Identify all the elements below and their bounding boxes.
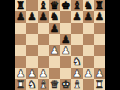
- square-g7[interactable]: ♟: [83, 11, 94, 22]
- square-b6[interactable]: [26, 23, 37, 34]
- piece-black-pawn[interactable]: ♟: [50, 23, 59, 34]
- piece-white-pawn[interactable]: ♟: [95, 68, 104, 79]
- square-a3[interactable]: [15, 56, 26, 67]
- piece-black-king[interactable]: ♚: [61, 0, 70, 11]
- square-a7[interactable]: ♟: [15, 11, 26, 22]
- square-b1[interactable]: ♞: [26, 79, 37, 90]
- square-c3[interactable]: [38, 56, 49, 67]
- piece-black-pawn[interactable]: ♟: [83, 11, 92, 22]
- square-d5[interactable]: [49, 34, 60, 45]
- square-c4[interactable]: [38, 45, 49, 56]
- square-a8[interactable]: ♜: [15, 0, 26, 11]
- square-g3[interactable]: [83, 56, 94, 67]
- square-g5[interactable]: [83, 34, 94, 45]
- square-f8[interactable]: ♝: [71, 0, 82, 11]
- square-d6[interactable]: ♟: [49, 23, 60, 34]
- square-a6[interactable]: [15, 23, 26, 34]
- square-h7[interactable]: ♟: [94, 11, 105, 22]
- piece-black-pawn[interactable]: ♟: [38, 11, 47, 22]
- piece-white-pawn[interactable]: ♟: [83, 68, 92, 79]
- square-c1[interactable]: ♝: [38, 79, 49, 90]
- square-f5[interactable]: [71, 34, 82, 45]
- piece-white-rook[interactable]: ♜: [95, 79, 104, 90]
- square-e7[interactable]: [60, 11, 71, 22]
- piece-white-king[interactable]: ♚: [61, 79, 70, 90]
- piece-white-knight[interactable]: ♞: [27, 79, 36, 90]
- square-h1[interactable]: ♜: [94, 79, 105, 90]
- piece-white-pawn[interactable]: ♟: [38, 68, 47, 79]
- square-a2[interactable]: ♟: [15, 68, 26, 79]
- square-c2[interactable]: ♟: [38, 68, 49, 79]
- square-e6[interactable]: [60, 23, 71, 34]
- square-e2[interactable]: [60, 68, 71, 79]
- square-a4[interactable]: [15, 45, 26, 56]
- square-g4[interactable]: [83, 45, 94, 56]
- piece-black-pawn[interactable]: ♟: [95, 11, 104, 22]
- square-b4[interactable]: [26, 45, 37, 56]
- piece-black-queen[interactable]: ♛: [50, 0, 59, 11]
- square-d3[interactable]: [49, 56, 60, 67]
- square-e4[interactable]: ♟: [60, 45, 71, 56]
- square-d1[interactable]: ♛: [49, 79, 60, 90]
- square-b3[interactable]: [26, 56, 37, 67]
- square-e8[interactable]: ♚: [60, 0, 71, 11]
- piece-black-pawn[interactable]: ♟: [16, 11, 25, 22]
- piece-white-pawn[interactable]: ♟: [50, 45, 59, 56]
- piece-white-pawn[interactable]: ♟: [61, 45, 70, 56]
- piece-black-rook[interactable]: ♜: [95, 0, 104, 11]
- piece-white-bishop[interactable]: ♝: [38, 79, 47, 90]
- square-b2[interactable]: ♟: [26, 68, 37, 79]
- piece-white-bishop[interactable]: ♝: [72, 79, 81, 90]
- square-g1[interactable]: [83, 79, 94, 90]
- letterbox-background: ♜♝♛♚♝♞♜♟♟♟♞♟♟♟♟♟♟♟♞♟♟♟♟♟♟♜♞♝♛♚♝♜: [0, 0, 120, 90]
- square-e3[interactable]: [60, 56, 71, 67]
- piece-black-pawn[interactable]: ♟: [72, 11, 81, 22]
- square-b8[interactable]: [26, 0, 37, 11]
- square-e1[interactable]: ♚: [60, 79, 71, 90]
- piece-black-knight[interactable]: ♞: [83, 0, 92, 11]
- square-d4[interactable]: ♟: [49, 45, 60, 56]
- square-h2[interactable]: ♟: [94, 68, 105, 79]
- square-b5[interactable]: [26, 34, 37, 45]
- square-g8[interactable]: ♞: [83, 0, 94, 11]
- square-f2[interactable]: ♟: [71, 68, 82, 79]
- square-a1[interactable]: ♜: [15, 79, 26, 90]
- square-e5[interactable]: ♟: [60, 34, 71, 45]
- piece-white-rook[interactable]: ♜: [16, 79, 25, 90]
- square-f1[interactable]: ♝: [71, 79, 82, 90]
- piece-white-pawn[interactable]: ♟: [27, 68, 36, 79]
- piece-white-pawn[interactable]: ♟: [16, 68, 25, 79]
- square-h4[interactable]: [94, 45, 105, 56]
- piece-black-knight[interactable]: ♞: [50, 11, 59, 22]
- square-f6[interactable]: [71, 23, 82, 34]
- square-h5[interactable]: [94, 34, 105, 45]
- piece-black-bishop[interactable]: ♝: [72, 0, 81, 11]
- piece-black-pawn[interactable]: ♟: [61, 34, 70, 45]
- square-h3[interactable]: [94, 56, 105, 67]
- square-g2[interactable]: ♟: [83, 68, 94, 79]
- piece-white-pawn[interactable]: ♟: [72, 68, 81, 79]
- square-f7[interactable]: ♟: [71, 11, 82, 22]
- square-f3[interactable]: ♞: [71, 56, 82, 67]
- piece-black-rook[interactable]: ♜: [16, 0, 25, 11]
- square-h6[interactable]: [94, 23, 105, 34]
- square-c6[interactable]: [38, 23, 49, 34]
- square-c7[interactable]: ♟: [38, 11, 49, 22]
- piece-white-knight[interactable]: ♞: [72, 56, 81, 67]
- square-h8[interactable]: ♜: [94, 0, 105, 11]
- piece-black-pawn[interactable]: ♟: [27, 11, 36, 22]
- square-d7[interactable]: ♞: [49, 11, 60, 22]
- square-a5[interactable]: [15, 34, 26, 45]
- square-d8[interactable]: ♛: [49, 0, 60, 11]
- square-b7[interactable]: ♟: [26, 11, 37, 22]
- chess-board: ♜♝♛♚♝♞♜♟♟♟♞♟♟♟♟♟♟♟♞♟♟♟♟♟♟♜♞♝♛♚♝♜: [15, 0, 105, 90]
- piece-black-bishop[interactable]: ♝: [38, 0, 47, 11]
- piece-white-queen[interactable]: ♛: [50, 79, 59, 90]
- square-c5[interactable]: [38, 34, 49, 45]
- square-c8[interactable]: ♝: [38, 0, 49, 11]
- square-d2[interactable]: [49, 68, 60, 79]
- square-f4[interactable]: [71, 45, 82, 56]
- square-g6[interactable]: [83, 23, 94, 34]
